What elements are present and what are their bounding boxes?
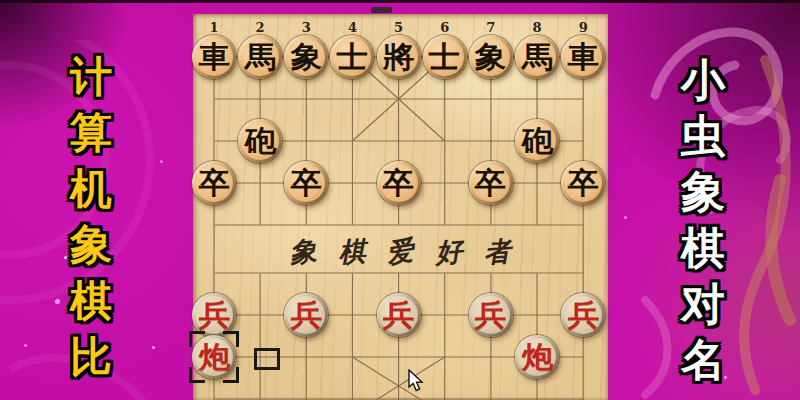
piece-character: 砲 [244,126,275,156]
piece-character: 卒 [291,168,322,198]
bracket-corner [223,367,239,383]
banner-char: 象 [70,224,112,266]
piece-character: 卒 [475,168,506,198]
bracket-corner [223,331,239,347]
piece-character: 將 [383,42,414,72]
piece-character: 士 [429,42,460,72]
piece-character: 兵 [291,300,322,330]
river-char: 者 [478,233,516,271]
bracket-corner [189,331,205,347]
banner-char: 小 [681,58,725,102]
piece-character: 兵 [475,300,506,330]
piece-character: 馬 [244,42,275,72]
video-frame: 计算机象棋比 小虫象棋对名 123456789 象棋爱好者 車馬象士將士象馬車砲… [0,0,800,400]
banner-char: 算 [70,112,112,154]
column-label-6: 6 [437,20,453,35]
banner-char: 名 [681,338,725,382]
piece-red-cannon-c8r8[interactable]: 炮 [515,335,559,379]
banner-char: 机 [70,168,112,210]
piece-red-soldier-c5r7[interactable]: 兵 [377,293,421,337]
piece-black-soldier-c5r4[interactable]: 卒 [377,161,421,205]
piece-black-cannon-c8r3[interactable]: 砲 [515,119,559,163]
top-edge-bar [0,0,800,3]
piece-character: 兵 [198,300,229,330]
piece-black-chariot-c1r1[interactable]: 車 [192,35,236,79]
river-char: 爱 [379,231,420,272]
piece-character: 卒 [383,168,414,198]
piece-character: 士 [337,42,368,72]
piece-black-horse-c2r1[interactable]: 馬 [238,35,282,79]
piece-black-elephant-c7r1[interactable]: 象 [469,35,513,79]
selection-brackets [189,331,239,383]
column-label-7: 7 [483,20,499,35]
mouse-cursor [408,369,425,393]
last-move-origin-marker [254,348,280,370]
piece-black-chariot-c9r1[interactable]: 車 [561,35,605,79]
banner-char: 比 [70,336,112,378]
sparkle-dots [64,256,67,259]
top-center-artifact [371,7,392,13]
column-label-5: 5 [391,20,407,35]
banner-char: 虫 [681,114,725,158]
banner-char: 对 [681,282,725,326]
piece-black-cannon-c2r3[interactable]: 砲 [238,119,282,163]
piece-black-elephant-c3r1[interactable]: 象 [284,35,328,79]
piece-black-horse-c8r1[interactable]: 馬 [515,35,559,79]
banner-char: 象 [681,170,725,214]
river-char: 棋 [333,233,371,271]
piece-black-advisor-c6r1[interactable]: 士 [423,35,467,79]
piece-black-soldier-c1r4[interactable]: 卒 [192,161,236,205]
river-char: 好 [429,232,468,271]
piece-character: 卒 [568,168,599,198]
banner-char: 棋 [681,226,725,270]
piece-black-soldier-c9r4[interactable]: 卒 [561,161,605,205]
piece-black-general-c5r1[interactable]: 將 [377,35,421,79]
piece-character: 車 [568,42,599,72]
piece-black-soldier-c7r4[interactable]: 卒 [469,161,513,205]
left-banner-text: 计算机象棋比 [70,56,112,378]
column-label-2: 2 [252,20,268,35]
piece-red-soldier-c7r7[interactable]: 兵 [469,293,513,337]
column-label-3: 3 [298,20,314,35]
piece-red-soldier-c9r7[interactable]: 兵 [561,293,605,337]
column-label-9: 9 [575,20,591,35]
banner-char: 棋 [70,280,112,322]
column-label-1: 1 [206,20,222,35]
piece-character: 象 [475,42,506,72]
right-banner-text: 小虫象棋对名 [681,58,725,382]
piece-character: 車 [198,42,229,72]
column-label-8: 8 [529,20,545,35]
banner-char: 计 [70,56,112,98]
river-char: 象 [283,232,323,272]
piece-black-soldier-c3r4[interactable]: 卒 [284,161,328,205]
bracket-corner [189,367,205,383]
piece-black-advisor-c4r1[interactable]: 士 [330,35,374,79]
piece-red-soldier-c3r7[interactable]: 兵 [284,293,328,337]
piece-character: 卒 [198,168,229,198]
piece-character: 兵 [383,300,414,330]
piece-character: 象 [291,42,322,72]
piece-character: 炮 [521,342,552,372]
piece-character: 馬 [521,42,552,72]
piece-character: 砲 [521,126,552,156]
xiangqi-board[interactable]: 123456789 象棋爱好者 車馬象士將士象馬車砲砲卒卒卒卒卒兵兵兵兵兵炮炮 [193,14,608,400]
piece-character: 兵 [568,300,599,330]
column-label-4: 4 [344,20,360,35]
